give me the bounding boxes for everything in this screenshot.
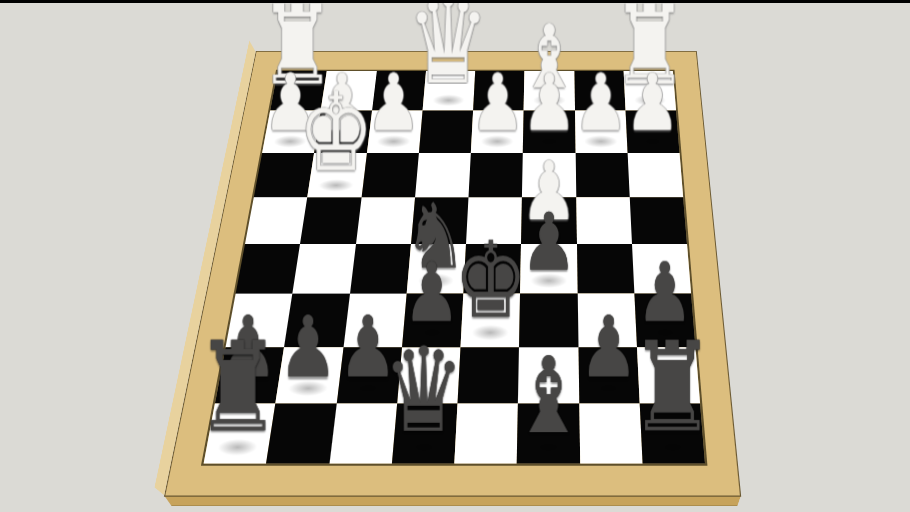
square-e2 bbox=[419, 111, 473, 153]
piece-white-pawn-c2: ♟ bbox=[522, 64, 577, 143]
square-a8: ♜ bbox=[639, 403, 705, 463]
square-f5 bbox=[349, 244, 410, 294]
square-h5 bbox=[236, 244, 301, 294]
piece-black-bishop-c8: ♝ bbox=[511, 343, 585, 449]
chessboard: ♜♛♝♜♟♟♟♟♟♟♟♚♟♞♟♟♚♟♟♟♟♟♜♛♝♜ bbox=[201, 70, 708, 466]
square-b3 bbox=[575, 153, 629, 197]
piece-white-pawn-f2: ♟ bbox=[366, 64, 421, 143]
piece-black-king-d6: ♚ bbox=[453, 228, 527, 333]
square-b4 bbox=[576, 197, 632, 244]
square-d3 bbox=[469, 153, 524, 197]
piece-white-pawn-a2: ♟ bbox=[625, 64, 680, 143]
square-d2: ♟ bbox=[471, 111, 524, 153]
piece-black-pawn-c5: ♟ bbox=[521, 202, 577, 282]
piece-black-rook-a8: ♜ bbox=[629, 325, 716, 449]
square-a2: ♟ bbox=[625, 111, 679, 153]
square-b5 bbox=[577, 244, 635, 294]
square-f2: ♟ bbox=[367, 111, 423, 153]
frame-front-edge bbox=[164, 495, 741, 506]
piece-black-queen-e8: ♛ bbox=[383, 332, 465, 449]
square-h8: ♜ bbox=[204, 403, 276, 463]
square-g3: ♚ bbox=[308, 153, 367, 197]
square-a3 bbox=[627, 153, 683, 197]
letterbox-top bbox=[0, 0, 910, 3]
square-e1: ♛ bbox=[422, 71, 475, 111]
square-g5 bbox=[293, 244, 356, 294]
piece-black-rook-h8: ♜ bbox=[194, 325, 281, 449]
square-a4 bbox=[629, 197, 687, 244]
square-c5: ♟ bbox=[520, 244, 577, 294]
chessboard-frame: ♜♛♝♜♟♟♟♟♟♟♟♚♟♞♟♟♚♟♟♟♟♟♜♛♝♜ bbox=[164, 51, 741, 497]
square-b2: ♟ bbox=[575, 111, 628, 153]
square-e8: ♛ bbox=[392, 403, 458, 463]
square-h4 bbox=[245, 197, 308, 244]
square-c8: ♝ bbox=[517, 403, 580, 463]
square-d7 bbox=[458, 347, 520, 403]
square-g7: ♟ bbox=[276, 347, 343, 403]
viewer-canvas[interactable]: ♜♛♝♜♟♟♟♟♟♟♟♚♟♞♟♟♚♟♟♟♟♟♜♛♝♜ bbox=[0, 0, 910, 512]
piece-black-pawn-g7: ♟ bbox=[278, 304, 337, 389]
piece-white-king-g3: ♚ bbox=[298, 78, 374, 186]
square-g4 bbox=[300, 197, 361, 244]
piece-white-pawn-d2: ♟ bbox=[470, 64, 525, 143]
piece-white-pawn-b2: ♟ bbox=[573, 64, 628, 143]
scene-3d: ♜♛♝♜♟♟♟♟♟♟♟♚♟♞♟♟♚♟♟♟♟♟♜♛♝♜ bbox=[0, 0, 910, 512]
